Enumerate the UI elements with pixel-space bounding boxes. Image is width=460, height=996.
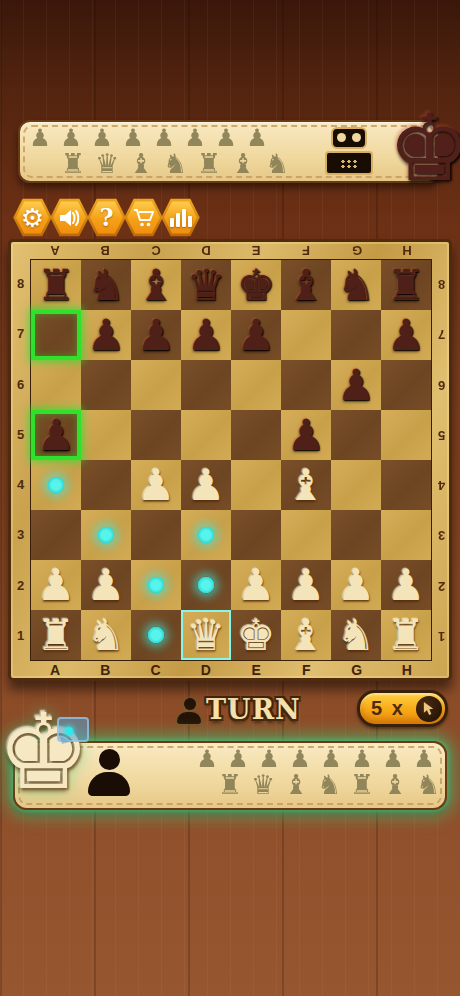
square-h4[interactable]	[381, 460, 431, 510]
rank-label-left-4: 4	[11, 460, 30, 510]
file-label-bottom-E: E	[231, 661, 281, 680]
gear-icon: ⚙	[12, 197, 53, 238]
square-f6[interactable]	[281, 360, 331, 410]
captured-placeholder-bishop: ♝	[283, 770, 309, 800]
captured-placeholder-knight: ♞	[316, 770, 342, 800]
sound-button[interactable]	[49, 197, 90, 238]
square-f3[interactable]	[281, 510, 331, 560]
square-d7[interactable]: ♟	[181, 310, 231, 360]
square-g7[interactable]	[331, 310, 381, 360]
rank-labels-left: 87654321	[11, 259, 30, 661]
square-h8[interactable]: ♜	[381, 260, 431, 310]
square-e8[interactable]: ♚	[231, 260, 281, 310]
robot-eye	[337, 133, 346, 142]
square-a6[interactable]	[31, 360, 81, 410]
square-c6[interactable]	[131, 360, 181, 410]
piece-black-pawn[interactable]: ♟	[131, 310, 181, 360]
piece-white-rook[interactable]: ♜	[31, 610, 81, 660]
avatar-body	[88, 772, 130, 796]
square-c1[interactable]	[131, 610, 181, 660]
square-h7[interactable]: ♟	[381, 310, 431, 360]
robot-eye	[352, 133, 361, 142]
square-a3[interactable]	[31, 510, 81, 560]
rank-labels-right: 87654321	[432, 259, 451, 661]
piece-black-pawn[interactable]: ♟	[181, 310, 231, 360]
square-f2[interactable]: ♟	[281, 560, 331, 610]
square-d3[interactable]	[181, 510, 231, 560]
piece-black-pawn[interactable]: ♟	[331, 360, 381, 410]
square-e6[interactable]	[231, 360, 281, 410]
rank-label-right-6: 6	[432, 360, 451, 410]
square-d4[interactable]: ♟	[181, 460, 231, 510]
square-g6[interactable]: ♟	[331, 360, 381, 410]
rank-label-right-7: 7	[432, 309, 451, 359]
piece-black-pawn[interactable]: ♟	[231, 310, 281, 360]
file-labels-bottom: ABCDEFGH	[30, 661, 432, 680]
chess-app: ♟♟♟♟♟♟♟♟ ♜♛♝♞♜♝♞ ♚ ⚙ ?	[0, 0, 460, 996]
file-label-bottom-F: F	[281, 661, 331, 680]
opponent-capture-tray: ♟♟♟♟♟♟♟♟ ♜♛♝♞♜♝♞	[18, 120, 440, 183]
square-e3[interactable]	[231, 510, 281, 560]
square-e1[interactable]: ♚	[231, 610, 281, 660]
rank-label-left-5: 5	[11, 410, 30, 460]
square-g4[interactable]	[331, 460, 381, 510]
square-c8[interactable]: ♝	[131, 260, 181, 310]
bar-chart-icon	[160, 197, 201, 238]
square-c5[interactable]	[131, 410, 181, 460]
person-head	[184, 698, 196, 710]
file-label-bottom-A: A	[30, 661, 80, 680]
square-h6[interactable]	[381, 360, 431, 410]
square-d8[interactable]: ♛	[181, 260, 231, 310]
piece-white-pawn[interactable]: ♟	[281, 560, 331, 610]
move-dot-c1[interactable]	[148, 627, 165, 644]
square-f8[interactable]: ♝	[281, 260, 331, 310]
captured-placeholder-queen: ♛	[250, 770, 276, 800]
square-b2[interactable]: ♟	[81, 560, 131, 610]
piece-white-pawn[interactable]: ♟	[81, 560, 131, 610]
piece-white-king[interactable]: ♚	[231, 610, 281, 660]
player-avatar	[87, 749, 131, 799]
square-c3[interactable]	[131, 510, 181, 560]
piece-black-knight[interactable]: ♞	[81, 260, 131, 310]
piece-white-queen[interactable]: ♛	[181, 610, 231, 660]
move-dot-d3[interactable]	[198, 527, 215, 544]
piece-black-bishop[interactable]: ♝	[131, 260, 181, 310]
chess-board: ♜♞♝♛♚♝♞♜♟♟♟♟♟♟♟♟♟♟♝♟♟♟♟♟♟♜♞♛♚♝♞♜	[30, 259, 432, 661]
piece-white-pawn[interactable]: ♟	[381, 560, 431, 610]
square-f4[interactable]: ♝	[281, 460, 331, 510]
square-g1[interactable]: ♞	[331, 610, 381, 660]
square-b8[interactable]: ♞	[81, 260, 131, 310]
cart-icon	[123, 197, 164, 238]
white-king-figurine: ♚	[0, 699, 90, 805]
hint-badge[interactable]: 5 x	[357, 690, 448, 727]
piece-white-bishop[interactable]: ♝	[281, 460, 331, 510]
square-e2[interactable]: ♟	[231, 560, 281, 610]
square-a2[interactable]: ♟	[31, 560, 81, 610]
piece-white-pawn[interactable]: ♟	[231, 560, 281, 610]
player-turn-icon	[177, 698, 203, 724]
robot-head	[331, 127, 367, 149]
piece-white-knight[interactable]: ♞	[331, 610, 381, 660]
rank-label-left-7: 7	[11, 309, 30, 359]
square-e4[interactable]	[231, 460, 281, 510]
file-label-top-A: A	[30, 242, 80, 258]
file-label-top-C: C	[131, 242, 181, 258]
rank-label-left-3: 3	[11, 510, 30, 560]
square-h1[interactable]: ♜	[381, 610, 431, 660]
black-king-figurine: ♚	[388, 102, 460, 196]
hint-count: 5 x	[371, 697, 416, 720]
square-h3[interactable]	[381, 510, 431, 560]
captured-placeholder-queen: ♛	[94, 149, 120, 179]
piece-white-pawn[interactable]: ♟	[331, 560, 381, 610]
square-a7[interactable]	[31, 310, 81, 360]
speaker-icon	[49, 197, 90, 238]
captured-placeholder-bishop: ♝	[128, 149, 154, 179]
piece-black-pawn[interactable]: ♟	[381, 310, 431, 360]
square-h5[interactable]	[381, 410, 431, 460]
captured-placeholder-knight: ♞	[264, 149, 290, 179]
square-h2[interactable]: ♟	[381, 560, 431, 610]
file-label-top-D: D	[181, 242, 231, 258]
rank-label-right-2: 2	[432, 561, 451, 611]
stats-button[interactable]	[160, 197, 201, 238]
captured-placeholder-pawn: ♟	[28, 125, 52, 151]
square-d5[interactable]	[181, 410, 231, 460]
help-button[interactable]: ?	[86, 197, 127, 238]
move-dot-c2[interactable]	[148, 577, 165, 594]
file-label-bottom-G: G	[332, 661, 382, 680]
piece-white-pawn[interactable]: ♟	[31, 560, 81, 610]
avatar-head	[99, 749, 120, 770]
file-label-bottom-C: C	[131, 661, 181, 680]
rank-label-right-8: 8	[432, 259, 451, 309]
file-label-bottom-B: B	[80, 661, 130, 680]
square-d2[interactable]	[181, 560, 231, 610]
square-f5[interactable]: ♟	[281, 410, 331, 460]
square-e5[interactable]	[231, 410, 281, 460]
robot-body	[325, 151, 373, 175]
file-label-bottom-D: D	[181, 661, 231, 680]
piece-white-pawn[interactable]: ♟	[131, 460, 181, 510]
hint-cursor-icon	[416, 696, 442, 722]
board-frame: ABCDEFGH ABCDEFGH 87654321 87654321 ♜♞♝♛…	[8, 239, 452, 681]
captured-placeholder-knight: ♞	[415, 770, 441, 800]
piece-black-rook[interactable]: ♜	[31, 260, 81, 310]
square-g8[interactable]: ♞	[331, 260, 381, 310]
square-c2[interactable]	[131, 560, 181, 610]
rank-label-left-2: 2	[11, 561, 30, 611]
square-c7[interactable]: ♟	[131, 310, 181, 360]
rank-label-right-1: 1	[432, 611, 451, 661]
captured-placeholder-knight: ♞	[162, 149, 188, 179]
square-c4[interactable]: ♟	[131, 460, 181, 510]
file-label-top-B: B	[80, 242, 130, 258]
turn-label: TURN	[206, 694, 301, 725]
rank-label-left-6: 6	[11, 360, 30, 410]
file-labels-top: ABCDEFGH	[30, 242, 432, 258]
file-label-bottom-H: H	[382, 661, 432, 680]
question-mark-icon: ?	[86, 197, 127, 238]
piece-black-rook[interactable]: ♜	[381, 260, 431, 310]
file-label-top-F: F	[281, 242, 331, 258]
shop-button[interactable]	[123, 197, 164, 238]
captured-placeholder-rook: ♜	[60, 149, 86, 179]
square-b1[interactable]: ♞	[81, 610, 131, 660]
rank-label-left-1: 1	[11, 611, 30, 661]
captured-placeholder-bishop: ♝	[230, 149, 256, 179]
piece-black-pawn[interactable]: ♟	[81, 310, 131, 360]
square-b6[interactable]	[81, 360, 131, 410]
square-g3[interactable]	[331, 510, 381, 560]
square-a1[interactable]: ♜	[31, 610, 81, 660]
move-dot-b3[interactable]	[98, 527, 115, 544]
tooltip-dot	[65, 727, 73, 735]
captured-placeholder-rook: ♜	[349, 770, 375, 800]
square-e7[interactable]: ♟	[231, 310, 281, 360]
tutorial-tooltip-bubble	[57, 717, 89, 742]
move-dot-a4[interactable]	[48, 477, 65, 494]
square-a5[interactable]: ♟	[31, 410, 81, 460]
piece-white-rook[interactable]: ♜	[381, 610, 431, 660]
settings-button[interactable]: ⚙	[12, 197, 53, 238]
file-label-top-G: G	[332, 242, 382, 258]
square-b5[interactable]	[81, 410, 131, 460]
player-captured-piece-placeholders: ♜♛♝♞♜♝♞	[217, 770, 441, 800]
captured-placeholder-pawn: ♟	[195, 746, 219, 772]
piece-black-king[interactable]: ♚	[231, 260, 281, 310]
move-dot-d2[interactable]	[198, 577, 215, 594]
opponent-captured-piece-placeholders: ♜♛♝♞♜♝♞	[60, 149, 290, 179]
square-g2[interactable]: ♟	[331, 560, 381, 610]
toolbar: ⚙ ?	[12, 197, 197, 238]
square-a8[interactable]: ♜	[31, 260, 81, 310]
captured-placeholder-rook: ♜	[217, 770, 243, 800]
robot-avatar-icon	[316, 127, 382, 179]
square-a4[interactable]	[31, 460, 81, 510]
square-g5[interactable]	[331, 410, 381, 460]
square-d1[interactable]: ♛	[181, 610, 231, 660]
file-label-top-H: H	[382, 242, 432, 258]
rank-label-right-5: 5	[432, 410, 451, 460]
square-d6[interactable]	[181, 360, 231, 410]
rank-label-left-8: 8	[11, 259, 30, 309]
rank-label-right-4: 4	[432, 460, 451, 510]
piece-black-pawn[interactable]: ♟	[31, 410, 81, 460]
square-f7[interactable]	[281, 310, 331, 360]
piece-white-bishop[interactable]: ♝	[281, 610, 331, 660]
piece-black-queen[interactable]: ♛	[181, 260, 231, 310]
robot-dots	[340, 159, 358, 169]
captured-placeholder-bishop: ♝	[382, 770, 408, 800]
person-body	[177, 712, 201, 724]
square-b4[interactable]	[81, 460, 131, 510]
square-b3[interactable]	[81, 510, 131, 560]
piece-black-pawn[interactable]: ♟	[281, 410, 331, 460]
piece-black-knight[interactable]: ♞	[331, 260, 381, 310]
piece-white-pawn[interactable]: ♟	[181, 460, 231, 510]
file-label-top-E: E	[231, 242, 281, 258]
square-b7[interactable]: ♟	[81, 310, 131, 360]
captured-placeholder-rook: ♜	[196, 149, 222, 179]
piece-white-knight[interactable]: ♞	[81, 610, 131, 660]
square-f1[interactable]: ♝	[281, 610, 331, 660]
piece-black-bishop[interactable]: ♝	[281, 260, 331, 310]
rank-label-right-3: 3	[432, 510, 451, 560]
